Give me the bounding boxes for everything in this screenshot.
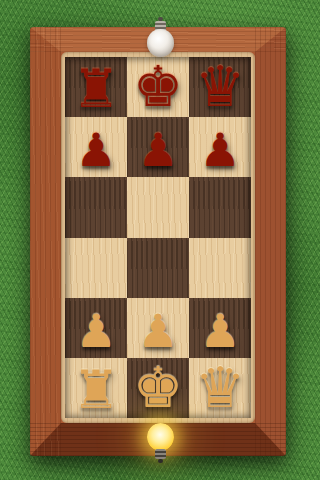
square-b6[interactable]: ♚: [127, 57, 189, 117]
square-c4[interactable]: [189, 177, 251, 237]
piece-black-p[interactable]: ♟: [137, 127, 178, 177]
grass-background: { "app": {"name": "Chess", "scene": "woo…: [0, 0, 320, 480]
square-b4[interactable]: [127, 177, 189, 237]
piece-black-p[interactable]: ♟: [199, 127, 240, 177]
bulb-contact: [158, 459, 163, 463]
board: ♜♚♛♟♟♟♟♟♟♜♚♛: [65, 57, 251, 418]
square-a5[interactable]: ♟: [65, 117, 127, 177]
board-bezel: ♜♚♛♟♟♟♟♟♟♜♚♛: [61, 52, 255, 423]
bulb-glass-icon: [147, 423, 174, 451]
square-a3[interactable]: [65, 238, 127, 298]
piece-white-r[interactable]: ♜: [72, 363, 120, 418]
bulb-screw-base: [155, 449, 166, 459]
piece-white-p[interactable]: ♟: [137, 308, 178, 358]
square-c2[interactable]: ♟: [189, 298, 251, 358]
piece-black-k[interactable]: ♚: [133, 59, 183, 117]
square-c6[interactable]: ♛: [189, 57, 251, 117]
bulb-glass-icon: [147, 29, 174, 57]
white-turn-indicator-bulb: [146, 423, 174, 463]
square-a6[interactable]: ♜: [65, 57, 127, 117]
frame-grain-left: [30, 27, 61, 456]
square-b5[interactable]: ♟: [127, 117, 189, 177]
piece-white-q[interactable]: ♛: [195, 360, 245, 418]
square-a1[interactable]: ♜: [65, 358, 127, 418]
piece-white-k[interactable]: ♚: [133, 360, 183, 418]
square-c3[interactable]: [189, 238, 251, 298]
square-c1[interactable]: ♛: [189, 358, 251, 418]
board-frame: ♜♚♛♟♟♟♟♟♟♜♚♛: [30, 27, 286, 456]
square-b2[interactable]: ♟: [127, 298, 189, 358]
black-turn-indicator-bulb: [146, 17, 174, 57]
square-a2[interactable]: ♟: [65, 298, 127, 358]
piece-black-r[interactable]: ♜: [72, 62, 120, 117]
piece-white-p[interactable]: ♟: [75, 308, 116, 358]
frame-grain-right: [255, 27, 286, 456]
square-b1[interactable]: ♚: [127, 358, 189, 418]
piece-black-p[interactable]: ♟: [75, 127, 116, 177]
piece-black-q[interactable]: ♛: [195, 59, 245, 117]
square-b3[interactable]: [127, 238, 189, 298]
square-c5[interactable]: ♟: [189, 117, 251, 177]
piece-white-p[interactable]: ♟: [199, 308, 240, 358]
square-a4[interactable]: [65, 177, 127, 237]
